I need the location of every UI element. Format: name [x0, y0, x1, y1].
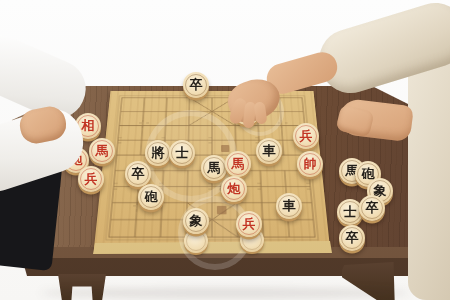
piece-black-advisor[interactable]: 士 [169, 140, 195, 166]
tray-right-black-soldier-2[interactable]: 卒 [339, 225, 365, 251]
piece-black-general[interactable]: 將 [145, 140, 171, 166]
seal-stamp-upper [221, 145, 229, 152]
piece-red-general[interactable]: 帥 [297, 151, 323, 177]
piece-red-soldier-1[interactable]: 兵 [293, 123, 319, 149]
piece-black-soldier-top[interactable]: 卒 [183, 72, 209, 98]
piece-red-soldier-2[interactable]: 兵 [236, 211, 262, 237]
tray-left-red-horse[interactable]: 馬 [89, 138, 115, 164]
piece-black-elephant[interactable]: 象 [183, 208, 209, 234]
tray-left-red-soldier[interactable]: 兵 [78, 166, 104, 192]
piece-black-cannon[interactable]: 砲 [138, 184, 164, 210]
piece-red-cannon[interactable]: 炮 [221, 176, 247, 202]
piece-black-soldier-left[interactable]: 卒 [125, 161, 151, 187]
piece-red-horse[interactable]: 馬 [225, 151, 251, 177]
floor-shadow [40, 288, 410, 298]
seal-stamp-lower [217, 206, 227, 215]
piece-black-horse[interactable]: 馬 [201, 155, 227, 181]
piece-black-chariot-1[interactable]: 車 [256, 138, 282, 164]
piece-black-chariot-2[interactable]: 車 [276, 193, 302, 219]
tray-right-black-soldier-1[interactable]: 卒 [359, 195, 385, 221]
scene: 楚河 漢界 卒 將 士 卒 砲 馬 車 車 象 馬 炮 兵 帥 兵 相 馬 炮 … [0, 0, 450, 300]
